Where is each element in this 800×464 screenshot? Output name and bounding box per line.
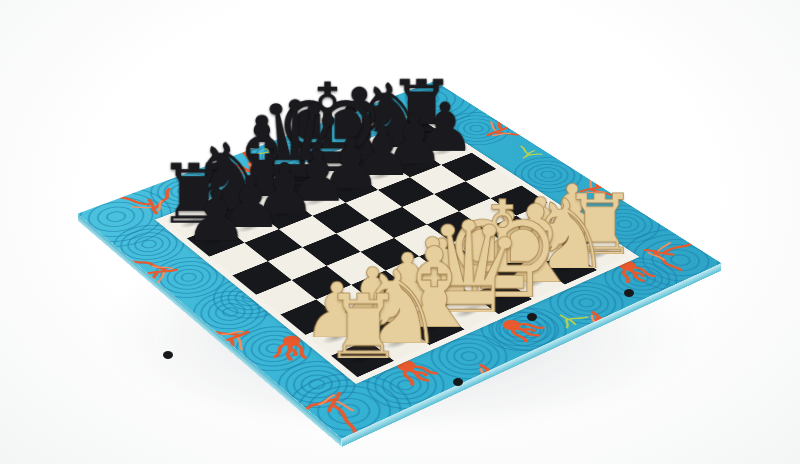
piece-black-pawn-f7: ♟ — [329, 43, 435, 175]
piece-black-queen-d8: ♛ — [241, 51, 347, 184]
knight-glyph: ♞ — [186, 131, 270, 225]
board-foot — [624, 289, 634, 297]
board-foot — [527, 313, 537, 321]
piece-black-knight-b8: ♞ — [174, 74, 282, 209]
pawn-glyph: ♟ — [540, 175, 604, 247]
piece-black-bishop-c8: ♝ — [208, 62, 315, 196]
piece-shadow — [550, 259, 584, 276]
piece-white-pawn-h2: ♟ — [517, 98, 627, 236]
scene-3d: ♜♞♝♛♚♝♞♜♟♟♟♟♟♟♟♟♟♟♟♟♟♟♟♟♜♞♝♛♚♝♞♜ — [0, 0, 800, 464]
piece-shadow — [300, 192, 333, 208]
piece-shadow — [582, 245, 616, 262]
piece-black-rook-a8: ♜ — [139, 86, 248, 223]
piece-white-knight-g1: ♞ — [511, 127, 624, 268]
board-foot — [163, 351, 173, 359]
piece-shadow — [380, 332, 416, 351]
piece-black-knight-g8: ♞ — [338, 18, 441, 147]
piece-black-pawn-a7: ♟ — [160, 102, 271, 240]
rook-glyph: ♜ — [562, 183, 637, 267]
piece-white-rook-h1: ♜ — [543, 114, 655, 254]
piece-black-pawn-d7: ♟ — [264, 66, 372, 200]
piece-shadow — [523, 240, 557, 257]
piece-black-rook-h8: ♜ — [370, 7, 472, 135]
piece-black-bishop-f8: ♝ — [307, 28, 411, 158]
piece-shadow — [344, 348, 381, 368]
chess-board: ♜♞♝♛♚♝♞♜♟♟♟♟♟♟♟♟♟♟♟♟♟♟♟♟♜♞♝♛♚♝♞♜ — [77, 81, 721, 439]
piece-white-bishop-c1: ♝ — [375, 180, 492, 327]
piece-shadow — [405, 127, 436, 141]
board-foot — [453, 378, 463, 386]
chess-set-photo: ♜♞♝♛♚♝♞♜♟♟♟♟♟♟♟♟♟♟♟♟♟♟♟♟♜♞♝♛♚♝♞♜ — [0, 0, 800, 464]
piece-shadow — [423, 283, 458, 301]
piece-black-king-e8: ♚ — [274, 40, 379, 172]
piece-shadow — [554, 227, 587, 244]
piece-black-pawn-h7: ♟ — [393, 21, 497, 151]
piece-shadow — [318, 327, 354, 346]
piece-black-pawn-g7: ♟ — [361, 32, 466, 163]
piece-shadow — [450, 302, 485, 320]
